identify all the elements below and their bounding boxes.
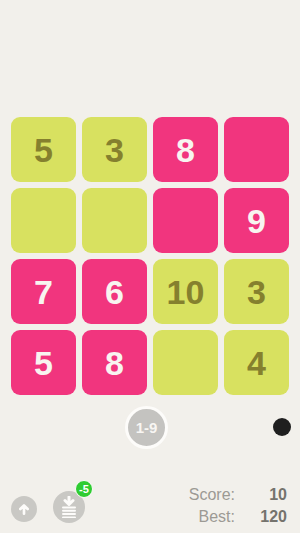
- tile-r4c1[interactable]: 5: [11, 330, 76, 395]
- black-dot-indicator: [273, 418, 291, 436]
- score-row: Score: 10: [189, 486, 287, 507]
- tile-r2c4[interactable]: 9: [224, 188, 289, 253]
- tile-r2c2[interactable]: [82, 188, 147, 253]
- tile-r3c4[interactable]: 3: [224, 259, 289, 324]
- best-value: 120: [235, 508, 287, 526]
- tile-r2c3[interactable]: [153, 188, 218, 253]
- tile-r4c4[interactable]: 4: [224, 330, 289, 395]
- game-screen: 538976103584 1-9 -5 Score: 10 Best: 120: [0, 0, 300, 533]
- moves-count-label: -5: [79, 483, 89, 495]
- moves-count-badge: -5: [75, 480, 93, 498]
- tile-r3c1[interactable]: 7: [11, 259, 76, 324]
- board: 538976103584: [11, 117, 289, 395]
- best-row: Best: 120: [189, 508, 287, 529]
- tile-r1c3[interactable]: 8: [153, 117, 218, 182]
- tile-r4c2[interactable]: 8: [82, 330, 147, 395]
- share-button[interactable]: [11, 496, 37, 522]
- tile-r3c3[interactable]: 10: [153, 259, 218, 324]
- score-panel: Score: 10 Best: 120: [189, 486, 287, 529]
- tile-r1c1[interactable]: 5: [11, 117, 76, 182]
- tile-r2c1[interactable]: [11, 188, 76, 253]
- range-badge: 1-9: [125, 406, 168, 449]
- down-arrow-into-list-icon: [59, 496, 79, 518]
- range-badge-label: 1-9: [136, 419, 158, 436]
- score-value: 10: [235, 486, 287, 504]
- tile-r1c2[interactable]: 3: [82, 117, 147, 182]
- tile-r1c4[interactable]: [224, 117, 289, 182]
- tile-r4c3[interactable]: [153, 330, 218, 395]
- up-arrow-icon: [16, 501, 32, 517]
- best-label: Best:: [199, 508, 235, 526]
- tile-r3c2[interactable]: 6: [82, 259, 147, 324]
- score-label: Score:: [189, 486, 235, 504]
